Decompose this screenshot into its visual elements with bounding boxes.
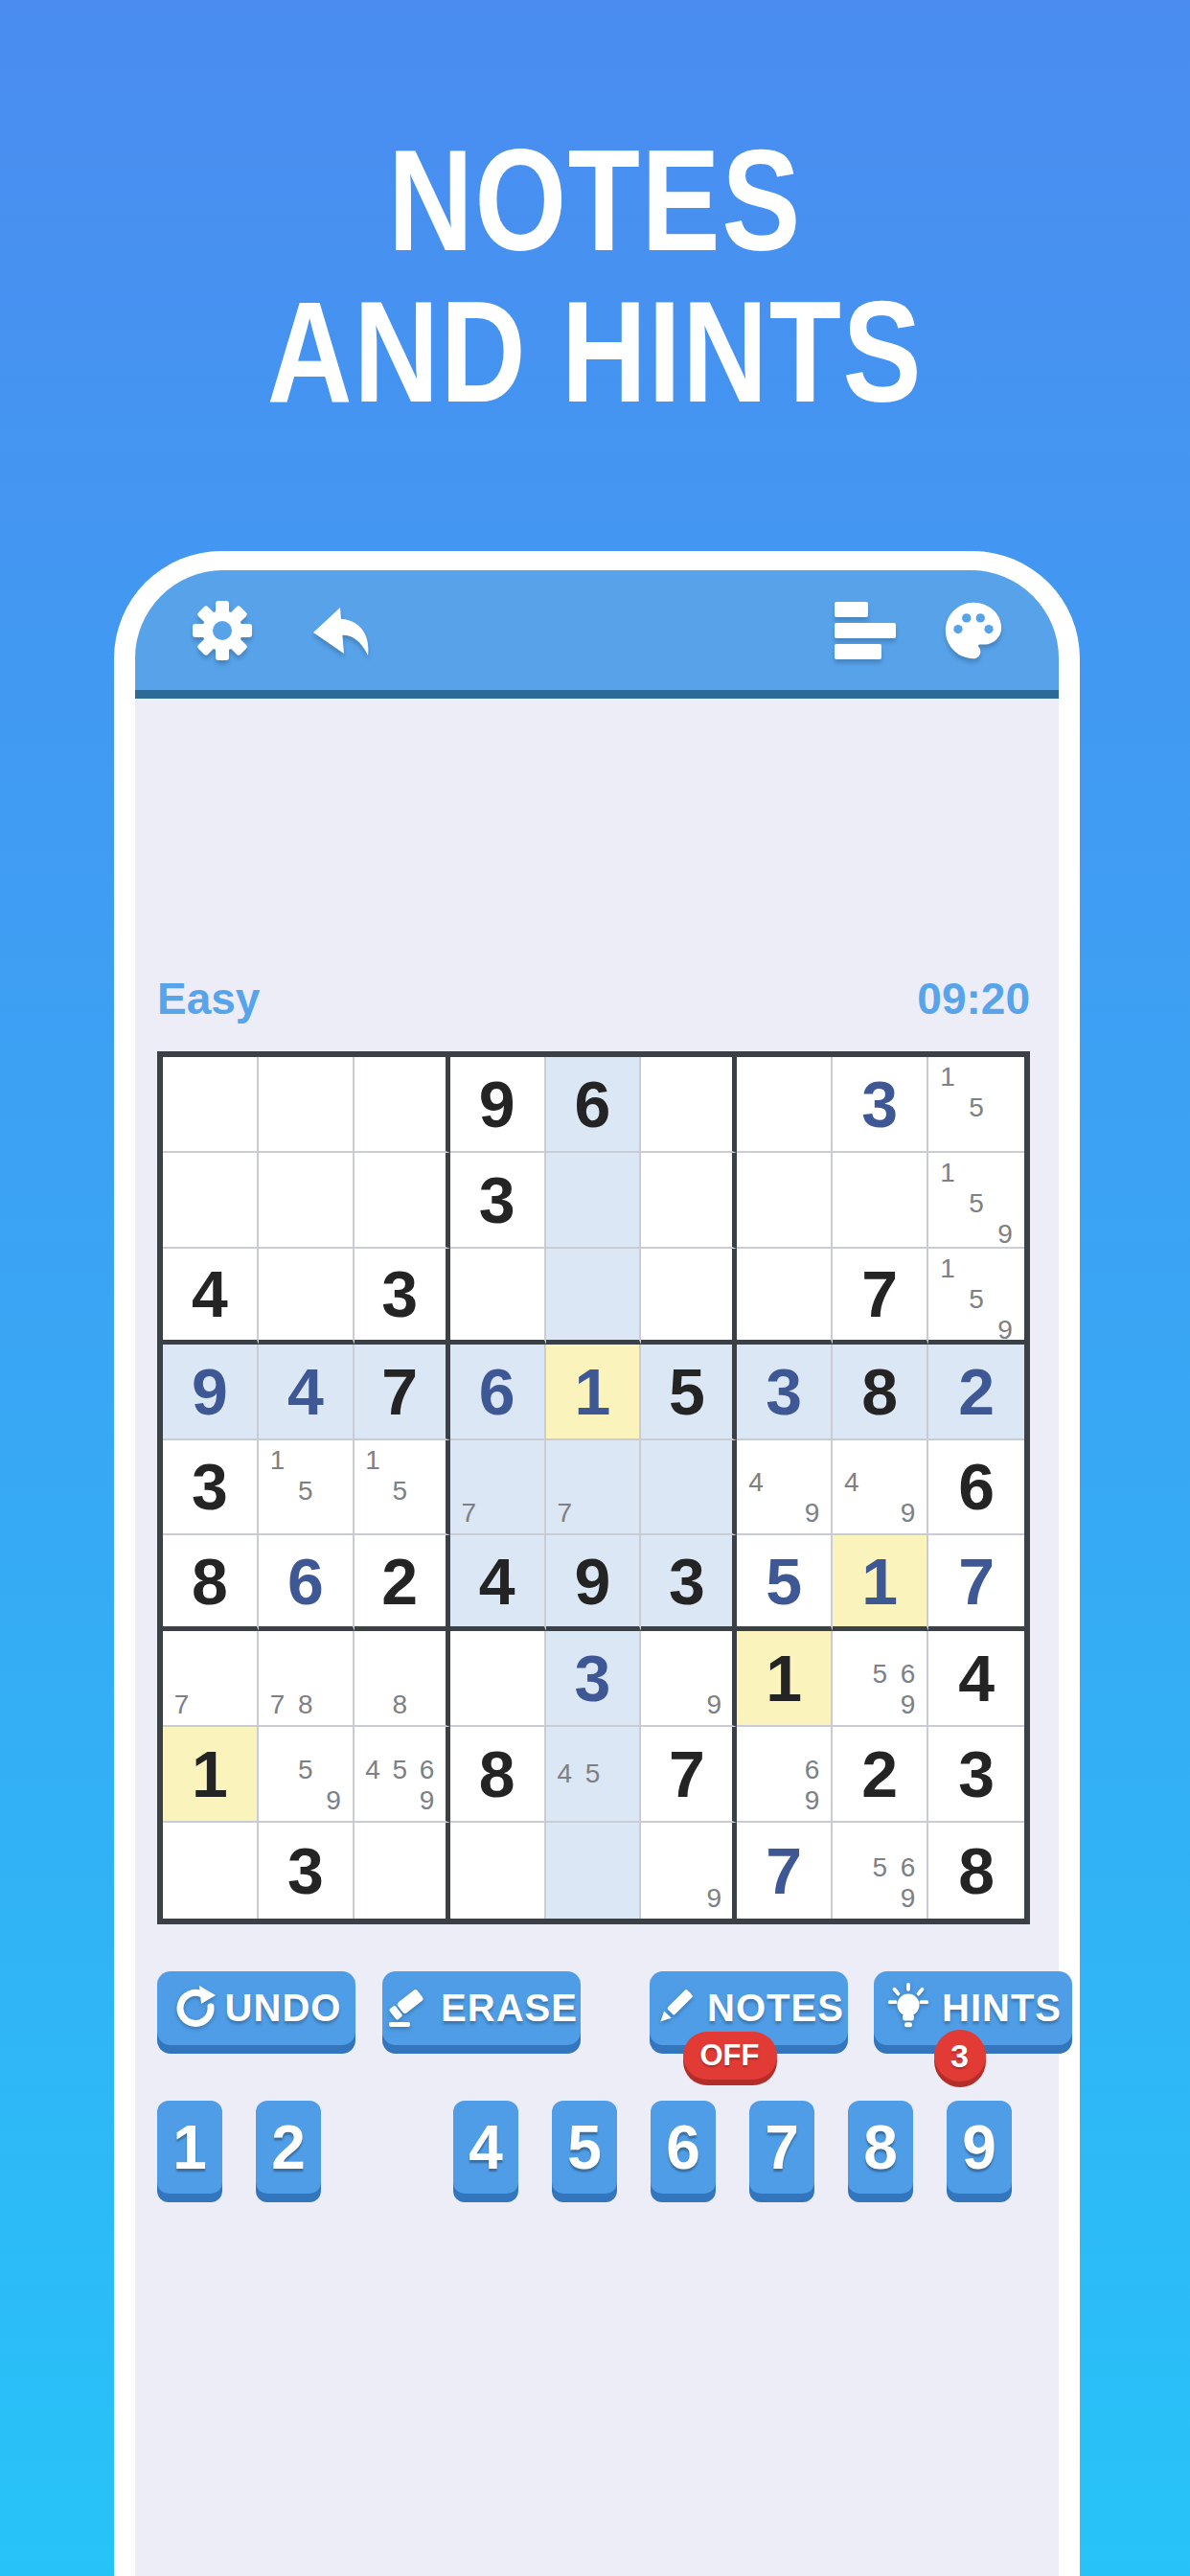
- note-digit: 1: [933, 1253, 962, 1284]
- numpad-6-button[interactable]: 6: [651, 2101, 716, 2194]
- cell-r5c2[interactable]: 15: [259, 1440, 355, 1536]
- given-digit: 4: [958, 1645, 995, 1711]
- hints-button[interactable]: HINTS 3: [874, 1971, 1072, 2045]
- cell-r6c9[interactable]: 7: [928, 1535, 1024, 1631]
- cell-r7c9[interactable]: 4: [928, 1631, 1024, 1727]
- cell-r3c7[interactable]: [737, 1249, 833, 1345]
- undo-label: UNDO: [225, 1987, 342, 2030]
- cell-r3c5[interactable]: [546, 1249, 642, 1345]
- cell-r9c8[interactable]: 569: [833, 1823, 928, 1919]
- note-digit: 5: [579, 1759, 606, 1789]
- notes-off-badge: OFF: [683, 2032, 777, 2080]
- note-digit: 5: [291, 1476, 319, 1506]
- notes-grid: 4569: [359, 1732, 441, 1816]
- cell-r8c3[interactable]: 4569: [355, 1727, 450, 1823]
- note-digit: 9: [413, 1785, 440, 1816]
- cell-r2c4[interactable]: 3: [450, 1153, 546, 1249]
- erase-label: ERASE: [441, 1987, 578, 2030]
- erase-button[interactable]: ERASE: [382, 1971, 581, 2045]
- cell-r2c8[interactable]: [833, 1153, 928, 1249]
- cell-r5c6[interactable]: [641, 1440, 737, 1536]
- cell-r9c4[interactable]: [450, 1823, 546, 1919]
- settings-gear-icon[interactable]: [191, 599, 254, 662]
- note-digit: 9: [991, 1219, 1019, 1250]
- cell-r3c8[interactable]: 7: [833, 1249, 928, 1345]
- given-digit: 4: [479, 1549, 515, 1614]
- note-digit: 1: [933, 1158, 962, 1188]
- cell-r1c9[interactable]: 15: [928, 1057, 1024, 1153]
- note-digit: 5: [386, 1476, 413, 1506]
- user-digit: 2: [958, 1359, 995, 1424]
- stats-list-icon[interactable]: [834, 599, 897, 662]
- notes-grid: 9: [646, 1636, 727, 1720]
- user-digit: 6: [287, 1549, 324, 1614]
- user-digit: 1: [861, 1549, 898, 1614]
- notes-grid: 7: [168, 1636, 252, 1720]
- cell-r6c3[interactable]: 2: [355, 1535, 450, 1631]
- given-digit: 7: [861, 1261, 898, 1326]
- notes-grid: 49: [742, 1445, 826, 1529]
- given-digit: 9: [575, 1549, 611, 1614]
- given-digit: 3: [669, 1549, 705, 1614]
- cell-r6c1[interactable]: 8: [163, 1535, 259, 1631]
- back-arrow-icon[interactable]: [309, 596, 378, 665]
- cell-r4c4[interactable]: 6: [450, 1345, 546, 1440]
- numpad-2-button[interactable]: 2: [256, 2101, 321, 2194]
- cell-r1c3[interactable]: [355, 1057, 450, 1153]
- given-digit: 1: [192, 1741, 228, 1806]
- phone-screen: Easy 09:20 96315315943715994761538231515…: [135, 570, 1059, 2576]
- notes-grid: 15: [933, 1062, 1019, 1146]
- notes-grid: 7: [455, 1445, 539, 1529]
- app-bar-right-group: [834, 597, 1007, 664]
- cell-r1c6[interactable]: [641, 1057, 737, 1153]
- cell-r1c7[interactable]: [737, 1057, 833, 1153]
- notes-grid: 15: [359, 1445, 441, 1529]
- note-digit: 6: [798, 1755, 826, 1785]
- note-digit: 7: [551, 1498, 579, 1529]
- undo-button[interactable]: UNDO: [157, 1971, 355, 2045]
- cell-r5c5[interactable]: 7: [546, 1440, 642, 1536]
- cell-r6c5[interactable]: 9: [546, 1535, 642, 1631]
- cell-r1c4[interactable]: 9: [450, 1057, 546, 1153]
- cell-r4c3[interactable]: 7: [355, 1345, 450, 1440]
- given-digit: 5: [669, 1359, 705, 1424]
- cell-r5c7[interactable]: 49: [737, 1440, 833, 1536]
- cell-r3c1[interactable]: 4: [163, 1249, 259, 1345]
- given-digit: 2: [381, 1549, 418, 1614]
- notes-grid: 569: [837, 1636, 922, 1720]
- note-digit: 1: [263, 1445, 291, 1476]
- cell-r2c6[interactable]: [641, 1153, 737, 1249]
- cell-r8c8[interactable]: 2: [833, 1727, 928, 1823]
- cell-r8c5[interactable]: 45: [546, 1727, 642, 1823]
- given-digit: 7: [381, 1359, 418, 1424]
- undo-arrow-icon: [172, 1985, 216, 2033]
- numpad-8-button[interactable]: 8: [848, 2101, 913, 2194]
- note-digit: 6: [413, 1755, 440, 1785]
- given-digit: 3: [381, 1261, 418, 1326]
- cell-r4c9[interactable]: 2: [928, 1345, 1024, 1440]
- cell-r9c1[interactable]: [163, 1823, 259, 1919]
- user-digit: 5: [766, 1549, 802, 1614]
- notes-grid: 15: [263, 1445, 348, 1529]
- cell-r4c6[interactable]: 5: [641, 1345, 737, 1440]
- cell-r7c1[interactable]: 7: [163, 1631, 259, 1727]
- user-digit: 7: [766, 1838, 802, 1903]
- note-digit: 9: [319, 1785, 347, 1816]
- notes-grid: 78: [263, 1636, 348, 1720]
- given-digit: 3: [958, 1741, 995, 1806]
- cell-r8c9[interactable]: 3: [928, 1727, 1024, 1823]
- note-digit: 9: [700, 1690, 727, 1720]
- notes-grid: 8: [359, 1636, 441, 1720]
- note-digit: 4: [742, 1467, 769, 1498]
- cell-r2c2[interactable]: [259, 1153, 355, 1249]
- app-bar-divider: [135, 690, 1059, 699]
- cell-r2c7[interactable]: [737, 1153, 833, 1249]
- user-digit: 3: [575, 1645, 611, 1711]
- notes-grid: 159: [933, 1158, 1019, 1242]
- numpad-4-button[interactable]: 4: [453, 2101, 518, 2194]
- note-digit: 4: [359, 1755, 386, 1785]
- sudoku-board: 9631531594371599476153823151577494968624…: [157, 1051, 1030, 1924]
- cell-r6c7[interactable]: 5: [737, 1535, 833, 1631]
- cell-r5c8[interactable]: 49: [833, 1440, 928, 1536]
- user-digit: 1: [575, 1359, 611, 1424]
- cell-r8c7[interactable]: 69: [737, 1727, 833, 1823]
- cell-r2c9[interactable]: 159: [928, 1153, 1024, 1249]
- cell-r1c1[interactable]: [163, 1057, 259, 1153]
- given-digit: 9: [479, 1071, 515, 1137]
- notes-label: NOTES: [707, 1987, 844, 2030]
- note-digit: 9: [991, 1315, 1019, 1345]
- note-digit: 9: [798, 1498, 826, 1529]
- note-digit: 5: [962, 1188, 991, 1219]
- cell-r6c6[interactable]: 3: [641, 1535, 737, 1631]
- cell-r8c4[interactable]: 8: [450, 1727, 546, 1823]
- note-digit: 7: [263, 1690, 291, 1720]
- cell-r7c6[interactable]: 9: [641, 1631, 737, 1727]
- cell-r8c2[interactable]: 59: [259, 1727, 355, 1823]
- note-digit: 6: [894, 1659, 922, 1690]
- numpad-5-button[interactable]: 5: [552, 2101, 617, 2194]
- cell-r9c2[interactable]: 3: [259, 1823, 355, 1919]
- cell-r7c7[interactable]: 1: [737, 1631, 833, 1727]
- cell-r6c2[interactable]: 6: [259, 1535, 355, 1631]
- cell-r4c1[interactable]: 9: [163, 1345, 259, 1440]
- user-digit: 4: [287, 1359, 324, 1424]
- note-digit: 4: [551, 1759, 579, 1789]
- notes-button[interactable]: NOTES OFF: [650, 1971, 848, 2045]
- given-digit: 2: [861, 1741, 898, 1806]
- cell-r1c5[interactable]: 6: [546, 1057, 642, 1153]
- note-digit: 8: [386, 1690, 413, 1720]
- hints-label: HINTS: [942, 1987, 1062, 2030]
- difficulty-label: Easy: [157, 973, 260, 1024]
- cell-r7c8[interactable]: 569: [833, 1631, 928, 1727]
- cell-r1c8[interactable]: 3: [833, 1057, 928, 1153]
- note-digit: 1: [359, 1445, 386, 1476]
- user-digit: 7: [958, 1549, 995, 1614]
- cell-r4c2[interactable]: 4: [259, 1345, 355, 1440]
- numpad-1-button[interactable]: 1: [157, 2101, 222, 2194]
- cell-r5c9[interactable]: 6: [928, 1440, 1024, 1536]
- cell-r6c4[interactable]: 4: [450, 1535, 546, 1631]
- cell-r1c2[interactable]: [259, 1057, 355, 1153]
- cell-r9c7[interactable]: 7: [737, 1823, 833, 1919]
- cell-r7c3[interactable]: 8: [355, 1631, 450, 1727]
- user-digit: 6: [479, 1359, 515, 1424]
- cell-r2c5[interactable]: [546, 1153, 642, 1249]
- title-line-1: NOTES: [107, 125, 1083, 276]
- cell-r3c9[interactable]: 159: [928, 1249, 1024, 1345]
- cell-r8c6[interactable]: 7: [641, 1727, 737, 1823]
- cell-r3c3[interactable]: 3: [355, 1249, 450, 1345]
- given-digit: 3: [287, 1838, 324, 1903]
- note-digit: 9: [894, 1690, 922, 1720]
- cell-r4c7[interactable]: 3: [737, 1345, 833, 1440]
- cell-r6c8[interactable]: 1: [833, 1535, 928, 1631]
- notes-grid: 45: [551, 1732, 635, 1816]
- cell-r8c1[interactable]: 1: [163, 1727, 259, 1823]
- note-digit: 5: [291, 1755, 319, 1785]
- hints-count-badge: 3: [934, 2030, 986, 2081]
- note-digit: 4: [837, 1467, 865, 1498]
- lightbulb-icon: [884, 1983, 932, 2035]
- note-digit: 9: [798, 1785, 826, 1816]
- note-digit: 6: [894, 1852, 922, 1883]
- marketing-title: NOTES AND HINTS: [0, 125, 1190, 427]
- given-digit: 8: [479, 1741, 515, 1806]
- note-digit: 9: [894, 1883, 922, 1914]
- theme-palette-icon[interactable]: [940, 597, 1007, 664]
- notes-grid: 159: [933, 1253, 1019, 1335]
- phone-frame: Easy 09:20 96315315943715994761538231515…: [114, 551, 1080, 2576]
- notes-grid: 49: [837, 1445, 922, 1529]
- given-digit: 7: [669, 1741, 705, 1806]
- notes-grid: 9: [646, 1828, 727, 1914]
- timer: 09:20: [917, 973, 1030, 1024]
- numpad-9-button[interactable]: 9: [947, 2101, 1012, 2194]
- notes-grid: 7: [551, 1445, 635, 1529]
- given-digit: 8: [861, 1359, 898, 1424]
- cell-r9c6[interactable]: 9: [641, 1823, 737, 1919]
- note-digit: 5: [962, 1092, 991, 1123]
- cell-r4c5[interactable]: 1: [546, 1345, 642, 1440]
- eraser-pencil-icon: [385, 1984, 431, 2034]
- note-digit: 5: [866, 1659, 894, 1690]
- user-digit: 9: [192, 1359, 228, 1424]
- given-digit: 8: [958, 1838, 995, 1903]
- app-store-screenshot: NOTES AND HINTS: [0, 0, 1190, 2576]
- cell-r9c3[interactable]: [355, 1823, 450, 1919]
- status-row: Easy 09:20: [157, 973, 1030, 1024]
- given-digit: 4: [192, 1261, 228, 1326]
- note-digit: 9: [700, 1883, 727, 1914]
- user-digit: 3: [861, 1071, 898, 1137]
- numpad-7-button[interactable]: 7: [749, 2101, 814, 2194]
- given-digit: 3: [479, 1167, 515, 1232]
- cell-r9c5[interactable]: [546, 1823, 642, 1919]
- cell-r7c5[interactable]: 3: [546, 1631, 642, 1727]
- note-digit: 9: [894, 1498, 922, 1529]
- note-digit: 5: [386, 1755, 413, 1785]
- cell-r2c3[interactable]: [355, 1153, 450, 1249]
- app-bar-left-group: [191, 596, 378, 665]
- note-digit: 1: [933, 1062, 962, 1092]
- title-line-2: AND HINTS: [107, 276, 1083, 427]
- user-digit: 3: [766, 1359, 802, 1424]
- note-digit: 5: [962, 1284, 991, 1315]
- given-digit: 1: [766, 1645, 802, 1711]
- given-digit: 3: [192, 1454, 228, 1519]
- given-digit: 8: [192, 1549, 228, 1614]
- cell-r3c4[interactable]: [450, 1249, 546, 1345]
- note-digit: 5: [866, 1852, 894, 1883]
- cell-r2c1[interactable]: [163, 1153, 259, 1249]
- cell-r5c3[interactable]: 15: [355, 1440, 450, 1536]
- app-bar: [135, 570, 1059, 690]
- note-digit: 7: [168, 1690, 195, 1720]
- notes-grid: 59: [263, 1732, 348, 1816]
- cell-r9c9[interactable]: 8: [928, 1823, 1024, 1919]
- cell-r4c8[interactable]: 8: [833, 1345, 928, 1440]
- given-digit: 6: [575, 1071, 611, 1137]
- cell-r7c2[interactable]: 78: [259, 1631, 355, 1727]
- cell-r5c4[interactable]: 7: [450, 1440, 546, 1536]
- cell-r3c6[interactable]: [641, 1249, 737, 1345]
- cell-r5c1[interactable]: 3: [163, 1440, 259, 1536]
- note-digit: 8: [291, 1690, 319, 1720]
- pencil-icon: [653, 1985, 698, 2033]
- note-digit: 7: [455, 1498, 483, 1529]
- notes-grid: 69: [742, 1732, 826, 1816]
- cell-r7c4[interactable]: [450, 1631, 546, 1727]
- given-digit: 6: [958, 1454, 995, 1519]
- cell-r3c2[interactable]: [259, 1249, 355, 1345]
- notes-grid: 569: [837, 1828, 922, 1914]
